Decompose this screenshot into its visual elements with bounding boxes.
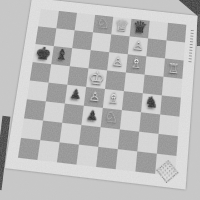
black-pawn-d3[interactable]: ♟ (86, 108, 99, 123)
square-c7[interactable] (72, 30, 93, 50)
black-pawn-c4[interactable]: ♟ (69, 87, 82, 101)
black-queen-f8[interactable]: ♛ (132, 19, 148, 36)
black-knight-g4[interactable]: ♞ (144, 94, 159, 111)
square-d8[interactable]: ♘ (93, 15, 113, 35)
square-g2[interactable] (137, 132, 158, 154)
square-f8[interactable]: ♛ (130, 19, 150, 39)
square-f2[interactable] (118, 129, 139, 151)
white-bishop-e4[interactable]: ♗ (106, 90, 121, 106)
square-g8[interactable] (148, 21, 168, 41)
square-g7[interactable] (146, 38, 166, 58)
chessboard-photo: ♘♕♛♙♚♝♙♗♖♔♟♙♗♞♟♘ (0, 0, 200, 200)
square-d7[interactable] (91, 32, 112, 52)
black-bishop-b6[interactable]: ♝ (54, 47, 69, 63)
board-grid: ♘♕♛♙♚♝♙♗♖♔♟♙♗♞♟♘ (18, 9, 186, 176)
square-d3[interactable]: ♟ (81, 106, 102, 127)
square-e8[interactable]: ♕ (111, 17, 131, 37)
white-pawn-f7[interactable]: ♙ (132, 39, 145, 53)
square-c1[interactable] (57, 142, 79, 164)
square-d4[interactable]: ♙ (84, 87, 105, 108)
square-f1[interactable] (116, 149, 138, 171)
square-h6[interactable]: ♖ (163, 58, 183, 78)
square-e3[interactable]: ♘ (101, 108, 122, 130)
white-king-d5[interactable]: ♔ (88, 68, 106, 87)
square-g6[interactable] (145, 56, 165, 76)
square-d5[interactable]: ♔ (86, 68, 107, 89)
square-c8[interactable] (75, 13, 95, 32)
square-g1[interactable] (135, 151, 156, 173)
square-e2[interactable] (98, 127, 120, 149)
square-g3[interactable] (139, 112, 160, 134)
square-h3[interactable] (159, 114, 180, 136)
square-h8[interactable] (167, 23, 187, 43)
square-c6[interactable] (70, 48, 91, 68)
square-h7[interactable] (165, 40, 185, 60)
white-pawn-e6[interactable]: ♙ (111, 54, 124, 68)
white-pawn-d4[interactable]: ♙ (88, 89, 101, 103)
square-c2[interactable] (60, 123, 82, 145)
square-b8[interactable] (56, 11, 77, 30)
square-h4[interactable] (160, 95, 181, 116)
black-king-a6[interactable]: ♚ (34, 43, 52, 62)
square-h2[interactable] (157, 134, 178, 156)
square-h5[interactable] (162, 77, 182, 98)
square-e6[interactable]: ♙ (107, 52, 128, 72)
white-knight-d8[interactable]: ♘ (96, 16, 111, 31)
square-b6[interactable]: ♝ (51, 46, 72, 66)
square-d1[interactable] (76, 145, 98, 167)
border-fine-print (188, 30, 193, 64)
white-rook-h6[interactable]: ♖ (167, 60, 180, 75)
square-d2[interactable] (79, 125, 101, 147)
square-f5[interactable] (124, 73, 145, 94)
square-e1[interactable] (96, 147, 118, 169)
square-e7[interactable] (109, 34, 129, 54)
white-knight-e3[interactable]: ♘ (104, 109, 119, 126)
square-c4[interactable]: ♟ (65, 85, 86, 106)
square-g4[interactable]: ♞ (141, 93, 162, 114)
chess-board: ♘♕♛♙♚♝♙♗♖♔♟♙♗♞♟♘ (5, 0, 198, 189)
square-f4[interactable] (122, 91, 143, 112)
square-f6[interactable]: ♗ (126, 54, 147, 74)
white-queen-e8[interactable]: ♕ (113, 17, 129, 34)
square-c3[interactable] (62, 104, 84, 125)
white-bishop-f6[interactable]: ♗ (129, 55, 144, 71)
square-f3[interactable] (120, 110, 141, 132)
square-c5[interactable] (67, 66, 88, 87)
